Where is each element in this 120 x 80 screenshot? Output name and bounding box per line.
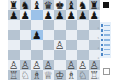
move-list-row[interactable] [101,34,111,37]
square-g6[interactable] [77,20,89,30]
square-f7[interactable]: ♟ [66,10,78,20]
square-d1[interactable]: ♕ [43,70,55,80]
square-a4[interactable] [8,40,20,50]
move-list-row[interactable] [101,53,111,56]
square-e1[interactable]: ♔ [54,70,66,80]
move-row-text-bar [104,49,110,51]
move-row-icon [101,48,104,51]
move-row-icon [101,29,104,32]
piece-white-rook[interactable]: ♖ [90,70,99,80]
move-row-icon [101,53,104,56]
square-b1[interactable]: ♘ [20,70,32,80]
piece-white-king[interactable]: ♔ [55,70,64,80]
square-h7[interactable]: ♟ [89,10,101,20]
piece-black-pawn[interactable]: ♟ [44,10,53,20]
move-row-text-bar [104,30,110,32]
move-list[interactable] [100,22,111,58]
piece-black-pawn[interactable]: ♟ [78,10,87,20]
square-e3[interactable] [54,50,66,60]
piece-black-pawn[interactable]: ♟ [21,10,30,20]
square-a5[interactable] [8,30,20,40]
square-h6[interactable] [89,20,101,30]
square-f4[interactable] [66,40,78,50]
piece-black-pawn[interactable]: ♟ [90,10,99,20]
move-row-icon [101,24,104,27]
square-c4[interactable] [31,40,43,50]
square-g5[interactable] [77,30,89,40]
black-player-icon[interactable] [103,2,109,8]
white-player-icon[interactable] [103,68,110,75]
piece-black-pawn[interactable]: ♟ [32,30,41,40]
square-g1[interactable]: ♘ [77,70,89,80]
piece-white-pawn[interactable]: ♙ [55,40,64,50]
move-row-text-bar [104,54,110,56]
piece-black-bishop[interactable]: ♝ [32,0,41,10]
square-f6[interactable] [66,20,78,30]
square-d7[interactable]: ♟ [43,10,55,20]
move-row-text-bar [104,44,110,46]
move-list-row[interactable] [101,44,111,47]
square-c5[interactable]: ♟ [31,30,43,40]
move-list-row[interactable] [101,24,111,27]
chess-app-window: ♜♞♝♛♚♝♞♜♟♟♟♟♟♟♟♟♙♙♙♙♙♙♙♙♖♘♗♕♔♗♘♖ 8765432… [0,0,120,80]
move-row-icon [101,44,104,47]
move-list-row[interactable] [101,29,111,32]
move-row-text-bar [104,34,110,36]
piece-white-bishop[interactable]: ♗ [32,70,41,80]
square-c1[interactable]: ♗ [31,70,43,80]
square-e4[interactable]: ♙ [54,40,66,50]
piece-white-bishop[interactable]: ♗ [67,70,76,80]
piece-black-pawn[interactable]: ♟ [55,10,64,20]
move-row-text-bar [104,39,110,41]
move-row-icon [101,34,104,37]
square-f5[interactable] [66,30,78,40]
piece-white-rook[interactable]: ♖ [9,70,18,80]
square-b6[interactable] [20,20,32,30]
square-b4[interactable] [20,40,32,50]
square-d4[interactable] [43,40,55,50]
square-d5[interactable] [43,30,55,40]
square-c8[interactable]: ♝ [31,0,43,10]
move-row-text-bar [104,25,110,27]
chess-board: ♜♞♝♛♚♝♞♜♟♟♟♟♟♟♟♟♙♙♙♙♙♙♙♙♖♘♗♕♔♗♘♖ [8,0,100,80]
square-a7[interactable]: ♟ [8,10,20,20]
square-g7[interactable]: ♟ [77,10,89,20]
move-list-row[interactable] [101,39,111,42]
square-e7[interactable]: ♟ [54,10,66,20]
square-e6[interactable] [54,20,66,30]
square-h5[interactable] [89,30,101,40]
piece-white-knight[interactable]: ♘ [21,70,30,80]
square-b5[interactable] [20,30,32,40]
piece-black-pawn[interactable]: ♟ [67,10,76,20]
square-d6[interactable] [43,20,55,30]
piece-black-pawn[interactable]: ♟ [9,10,18,20]
move-row-icon [101,39,104,42]
square-b7[interactable]: ♟ [20,10,32,20]
piece-white-queen[interactable]: ♕ [44,70,53,80]
square-a1[interactable]: ♖ [8,70,20,80]
square-c7[interactable] [31,10,43,20]
square-h1[interactable]: ♖ [89,70,101,80]
piece-white-knight[interactable]: ♘ [78,70,87,80]
square-a6[interactable] [8,20,20,30]
square-g4[interactable] [77,40,89,50]
square-f1[interactable]: ♗ [66,70,78,80]
move-list-row[interactable] [101,48,111,51]
square-h4[interactable] [89,40,101,50]
